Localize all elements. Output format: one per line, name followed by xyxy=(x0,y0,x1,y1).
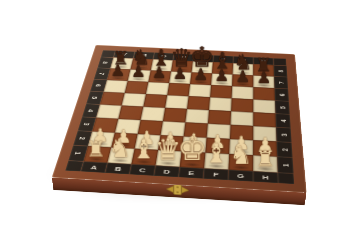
box-right-side xyxy=(294,54,307,205)
rank-label-left-8: 8 xyxy=(95,58,117,66)
square-c2: ♟ xyxy=(135,133,161,149)
square-b3 xyxy=(115,118,141,133)
file-label-top-E: E xyxy=(193,54,214,62)
brass-clasp-icon xyxy=(165,183,190,195)
square-d6 xyxy=(167,83,190,96)
square-f3 xyxy=(207,123,231,138)
frame-corner xyxy=(65,160,83,171)
square-g6 xyxy=(232,86,254,99)
square-b2: ♟ xyxy=(111,132,137,148)
piece-contact-shadow xyxy=(185,146,203,151)
square-f5 xyxy=(209,97,232,111)
square-g3 xyxy=(230,124,253,139)
square-e4 xyxy=(185,109,209,124)
coord-cell: 4 xyxy=(276,113,291,127)
square-g4 xyxy=(230,111,253,126)
square-e8: ♚ xyxy=(192,61,213,73)
square-f4 xyxy=(208,110,231,125)
square-b1: ♞ xyxy=(107,147,134,164)
square-h3 xyxy=(253,126,276,142)
piece-contact-shadow xyxy=(111,157,129,162)
square-d7: ♟ xyxy=(169,71,191,84)
square-g7: ♟ xyxy=(232,74,253,87)
chess-board-box: ABCDEFGH8♜♞♝♛♚♝♞♜87♟♟♟♟♟♟♟♟7665544332♟♟♟… xyxy=(52,45,307,192)
square-a3 xyxy=(92,117,118,132)
square-c4 xyxy=(141,106,166,120)
file-label-bottom-B: B xyxy=(105,162,132,174)
square-c3 xyxy=(138,120,163,135)
coord-cell: 7 xyxy=(94,67,110,79)
piece-contact-shadow xyxy=(256,71,271,75)
square-b4 xyxy=(118,105,143,119)
square-e3 xyxy=(184,122,208,137)
coord-cell: D xyxy=(173,53,194,61)
stage: ABCDEFGH8♜♞♝♛♚♝♞♜87♟♟♟♟♟♟♟♟7665544332♟♟♟… xyxy=(0,0,350,233)
rank-label-right-5: 5 xyxy=(271,102,294,111)
square-d3 xyxy=(161,121,186,136)
coord-cell: F xyxy=(203,168,228,180)
file-label-top-A: A xyxy=(113,50,134,58)
coord-cell: G xyxy=(233,56,253,64)
square-c1: ♝ xyxy=(131,148,158,165)
coord-cell: 7 xyxy=(274,76,288,88)
file-label-top-B: B xyxy=(133,51,154,59)
square-h4 xyxy=(253,112,276,127)
square-h2: ♟ xyxy=(253,140,277,156)
coord-cell: E xyxy=(193,54,214,62)
file-label-top-C: C xyxy=(153,52,174,60)
coord-cell: A xyxy=(81,161,108,173)
square-e5 xyxy=(187,96,210,110)
rank-label-right-8: 8 xyxy=(270,66,291,74)
piece-contact-shadow xyxy=(161,145,179,150)
square-f7: ♟ xyxy=(211,73,233,86)
square-e6 xyxy=(189,84,211,97)
piece-contact-shadow xyxy=(256,83,271,87)
square-f2: ♟ xyxy=(205,137,229,153)
file-label-top-G: G xyxy=(233,56,253,64)
coord-cell: F xyxy=(213,55,233,63)
file-label-bottom-G: G xyxy=(228,169,253,181)
rank-label-left-7: 7 xyxy=(91,69,114,77)
square-e7: ♟ xyxy=(190,72,212,85)
coord-cell: E xyxy=(179,166,205,178)
coord-cell: 3 xyxy=(276,127,292,142)
coord-cell: 8 xyxy=(98,56,114,68)
square-d4 xyxy=(163,107,187,122)
coord-cell: B xyxy=(133,51,154,59)
coord-cell: 8 xyxy=(274,65,288,77)
coord-cell: 5 xyxy=(275,100,290,114)
coord-cell: H xyxy=(253,57,273,65)
square-c6 xyxy=(146,81,169,94)
square-h1: ♜ xyxy=(253,155,278,172)
square-c7: ♟ xyxy=(148,70,171,83)
rank-label-left-6: 6 xyxy=(87,81,110,90)
coord-cell: H xyxy=(253,171,278,183)
square-c8: ♝ xyxy=(151,59,173,71)
coord-cell: D xyxy=(154,165,180,177)
piece-contact-shadow xyxy=(115,142,133,147)
rank-label-right-6: 6 xyxy=(271,90,293,99)
piece-contact-shadow xyxy=(135,159,153,164)
photo-scene: ABCDEFGH8♜♞♝♛♚♝♞♜87♟♟♟♟♟♟♟♟7665544332♟♟♟… xyxy=(0,0,350,233)
coord-cell: 6 xyxy=(275,88,289,101)
square-b8: ♞ xyxy=(131,58,154,70)
square-g8: ♞ xyxy=(233,63,254,75)
piece-contact-shadow xyxy=(138,144,156,149)
coord-cell: A xyxy=(113,50,134,58)
piece-contact-shadow xyxy=(87,156,105,161)
file-label-bottom-H: H xyxy=(253,171,278,183)
square-g1: ♞ xyxy=(229,153,254,170)
square-a2: ♟ xyxy=(88,131,115,147)
square-g2: ♟ xyxy=(229,139,253,155)
coord-cell: B xyxy=(105,162,132,174)
rank-label-right-3: 3 xyxy=(272,129,296,139)
file-label-bottom-E: E xyxy=(179,166,205,178)
piece-contact-shadow xyxy=(183,162,201,167)
piece-contact-shadow xyxy=(159,160,177,165)
square-b6 xyxy=(125,80,149,93)
file-label-bottom-A: A xyxy=(81,161,108,173)
coord-cell: 6 xyxy=(90,79,107,92)
coord-cell: 1 xyxy=(277,156,293,173)
square-d1: ♛ xyxy=(156,149,182,166)
piece-contact-shadow xyxy=(256,150,273,155)
square-f1: ♝ xyxy=(204,152,229,169)
coord-cell: G xyxy=(228,169,253,181)
coord-grid: ABCDEFGH8♜♞♝♛♚♝♞♜87♟♟♟♟♟♟♟♟7665544332♟♟♟… xyxy=(65,50,294,184)
piece-contact-shadow xyxy=(256,166,274,171)
square-b7: ♟ xyxy=(128,69,151,82)
piece-contact-shadow xyxy=(232,164,250,169)
square-d8: ♛ xyxy=(171,60,193,72)
square-e1: ♚ xyxy=(180,151,206,168)
coord-cell: C xyxy=(153,52,174,60)
rank-label-right-7: 7 xyxy=(270,78,291,87)
piece-contact-shadow xyxy=(209,147,226,152)
file-label-top-F: F xyxy=(213,55,233,63)
square-f6 xyxy=(210,85,232,98)
file-label-bottom-C: C xyxy=(129,164,155,176)
frame-corner xyxy=(278,172,294,184)
piece-contact-shadow xyxy=(154,67,169,71)
square-f8: ♝ xyxy=(212,62,233,74)
rank-label-right-4: 4 xyxy=(272,115,295,125)
coord-cell: C xyxy=(129,164,155,176)
square-b5 xyxy=(122,92,146,106)
coord-cell: 4 xyxy=(82,103,100,117)
rank-label-right-2: 2 xyxy=(272,144,296,155)
coord-cell: 2 xyxy=(277,141,293,157)
square-d5 xyxy=(165,95,188,109)
square-c5 xyxy=(143,94,167,108)
file-label-top-D: D xyxy=(173,53,194,61)
file-label-bottom-D: D xyxy=(154,165,180,177)
file-label-top-H: H xyxy=(253,57,273,65)
square-d2: ♟ xyxy=(158,135,183,151)
square-e2: ♟ xyxy=(182,136,207,152)
coord-cell: 5 xyxy=(86,91,103,104)
piece-contact-shadow xyxy=(208,163,226,168)
file-label-bottom-F: F xyxy=(203,168,228,180)
piece-contact-shadow xyxy=(91,141,109,146)
square-a1: ♜ xyxy=(84,146,112,163)
square-g5 xyxy=(231,98,253,112)
piece-contact-shadow xyxy=(233,149,250,154)
rank-label-left-5: 5 xyxy=(83,93,107,102)
frame-corner xyxy=(273,58,286,66)
